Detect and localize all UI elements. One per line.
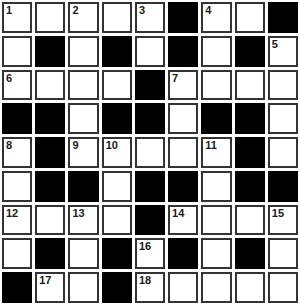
black-cell-r2c2	[35, 36, 65, 67]
clue-number-8: 8	[6, 140, 12, 151]
white-cell-r3c4[interactable]	[102, 70, 132, 101]
white-cell-r9c6[interactable]	[168, 272, 198, 303]
white-cell-r2c3[interactable]	[68, 36, 98, 67]
white-cell-r1c8[interactable]	[235, 2, 265, 33]
black-cell-r6c9	[268, 171, 298, 202]
black-cell-r9c1	[2, 272, 32, 303]
black-cell-r6c2	[35, 171, 65, 202]
white-cell-r9c9[interactable]	[268, 272, 298, 303]
white-cell-r1c4[interactable]	[102, 2, 132, 33]
white-cell-r4c9[interactable]	[268, 103, 298, 134]
white-cell-r3c8[interactable]	[235, 70, 265, 101]
white-cell-r7c4[interactable]	[102, 205, 132, 236]
clue-number-3: 3	[139, 5, 145, 16]
white-cell-r7c9[interactable]: 15	[268, 205, 298, 236]
white-cell-r3c9[interactable]	[268, 70, 298, 101]
clue-number-17: 17	[39, 275, 51, 286]
black-cell-r4c8	[235, 103, 265, 134]
clue-number-14: 14	[172, 208, 184, 219]
white-cell-r3c1[interactable]: 6	[2, 70, 32, 101]
white-cell-r7c6[interactable]: 14	[168, 205, 198, 236]
white-cell-r5c4[interactable]: 10	[102, 137, 132, 168]
white-cell-r9c3[interactable]	[68, 272, 98, 303]
white-cell-r8c5[interactable]: 16	[135, 238, 165, 269]
white-cell-r7c1[interactable]: 12	[2, 205, 32, 236]
black-cell-r5c2	[35, 137, 65, 168]
white-cell-r4c3[interactable]	[68, 103, 98, 134]
white-cell-r9c5[interactable]: 18	[135, 272, 165, 303]
black-cell-r4c1	[2, 103, 32, 134]
black-cell-r4c2	[35, 103, 65, 134]
clue-number-15: 15	[272, 208, 284, 219]
black-cell-r8c4	[102, 238, 132, 269]
clue-number-9: 9	[72, 140, 78, 151]
black-cell-r1c6	[168, 2, 198, 33]
white-cell-r9c8[interactable]	[235, 272, 265, 303]
black-cell-r5c8	[235, 137, 265, 168]
clue-number-7: 7	[172, 73, 178, 84]
clue-number-13: 13	[72, 208, 84, 219]
black-cell-r7c5	[135, 205, 165, 236]
white-cell-r2c1[interactable]	[2, 36, 32, 67]
white-cell-r2c9[interactable]: 5	[268, 36, 298, 67]
white-cell-r5c7[interactable]: 11	[201, 137, 231, 168]
white-cell-r6c1[interactable]	[2, 171, 32, 202]
black-cell-r8c6	[168, 238, 198, 269]
clue-number-10: 10	[106, 140, 118, 151]
white-cell-r2c5[interactable]	[135, 36, 165, 67]
white-cell-r9c2[interactable]: 17	[35, 272, 65, 303]
clue-number-12: 12	[6, 208, 18, 219]
crossword-grid: 123456789101112131415161718	[0, 0, 300, 305]
black-cell-r4c4	[102, 103, 132, 134]
black-cell-r1c9	[268, 2, 298, 33]
black-cell-r2c6	[168, 36, 198, 67]
white-cell-r1c5[interactable]: 3	[135, 2, 165, 33]
white-cell-r1c2[interactable]	[35, 2, 65, 33]
black-cell-r4c7	[201, 103, 231, 134]
white-cell-r4c6[interactable]	[168, 103, 198, 134]
white-cell-r7c3[interactable]: 13	[68, 205, 98, 236]
white-cell-r2c7[interactable]	[201, 36, 231, 67]
white-cell-r3c3[interactable]	[68, 70, 98, 101]
white-cell-r7c2[interactable]	[35, 205, 65, 236]
black-cell-r6c8	[235, 171, 265, 202]
clue-number-18: 18	[139, 275, 151, 286]
white-cell-r8c9[interactable]	[268, 238, 298, 269]
white-cell-r5c5[interactable]	[135, 137, 165, 168]
white-cell-r1c1[interactable]: 1	[2, 2, 32, 33]
white-cell-r1c7[interactable]: 4	[201, 2, 231, 33]
white-cell-r5c6[interactable]	[168, 137, 198, 168]
white-cell-r3c6[interactable]: 7	[168, 70, 198, 101]
white-cell-r9c7[interactable]	[201, 272, 231, 303]
clue-number-11: 11	[205, 140, 217, 151]
white-cell-r7c8[interactable]	[235, 205, 265, 236]
clue-number-6: 6	[6, 73, 12, 84]
white-cell-r8c7[interactable]	[201, 238, 231, 269]
white-cell-r3c2[interactable]	[35, 70, 65, 101]
white-cell-r5c9[interactable]	[268, 137, 298, 168]
clue-number-2: 2	[72, 5, 78, 16]
black-cell-r6c6	[168, 171, 198, 202]
white-cell-r3c7[interactable]	[201, 70, 231, 101]
black-cell-r8c2	[35, 238, 65, 269]
clue-number-4: 4	[205, 5, 211, 16]
clue-number-1: 1	[6, 5, 12, 16]
white-cell-r6c7[interactable]	[201, 171, 231, 202]
clue-number-5: 5	[272, 39, 278, 50]
white-cell-r6c4[interactable]	[102, 171, 132, 202]
white-cell-r7c7[interactable]	[201, 205, 231, 236]
black-cell-r6c3	[68, 171, 98, 202]
black-cell-r8c8	[235, 238, 265, 269]
white-cell-r1c3[interactable]: 2	[68, 2, 98, 33]
black-cell-r2c8	[235, 36, 265, 67]
black-cell-r6c5	[135, 171, 165, 202]
white-cell-r5c3[interactable]: 9	[68, 137, 98, 168]
white-cell-r8c3[interactable]	[68, 238, 98, 269]
clue-number-16: 16	[139, 241, 151, 252]
black-cell-r3c5	[135, 70, 165, 101]
white-cell-r8c1[interactable]	[2, 238, 32, 269]
white-cell-r5c1[interactable]: 8	[2, 137, 32, 168]
black-cell-r4c5	[135, 103, 165, 134]
black-cell-r2c4	[102, 36, 132, 67]
black-cell-r9c4	[102, 272, 132, 303]
